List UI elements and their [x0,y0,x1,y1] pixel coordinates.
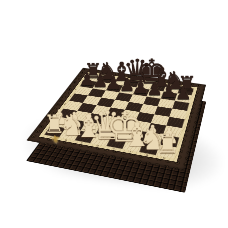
chess-set-product-photo: ♜♞♝♛♚♝♞♜♟♟♟♟♟♟♟♟♟♟♟♟♟♟♟♟♜♞♝♛♚♝♞♜ abcdefg… [0,0,228,228]
file-label-c: c [73,140,90,145]
rank-label-3: 3 [54,108,63,117]
file-label-g: g [138,152,156,158]
file-label-f: f [121,149,139,155]
rank-label-8: 8 [81,73,89,80]
rank-label-5: 5 [66,93,75,101]
rank-label-6: 6 [71,86,79,93]
chessboard: ♜♞♝♛♚♝♞♜♟♟♟♟♟♟♟♟♟♟♟♟♟♟♟♟♜♞♝♛♚♝♞♜ abcdefg… [26,68,206,171]
rank-label-4: 4 [60,100,69,108]
latch-glyph: ⚜ [50,132,62,147]
file-label-e: e [105,146,123,151]
rank-label-2: 2 [47,116,57,125]
rank-label-7: 7 [77,79,85,86]
file-label-d: d [89,143,106,148]
file-label-h: h [155,155,173,161]
